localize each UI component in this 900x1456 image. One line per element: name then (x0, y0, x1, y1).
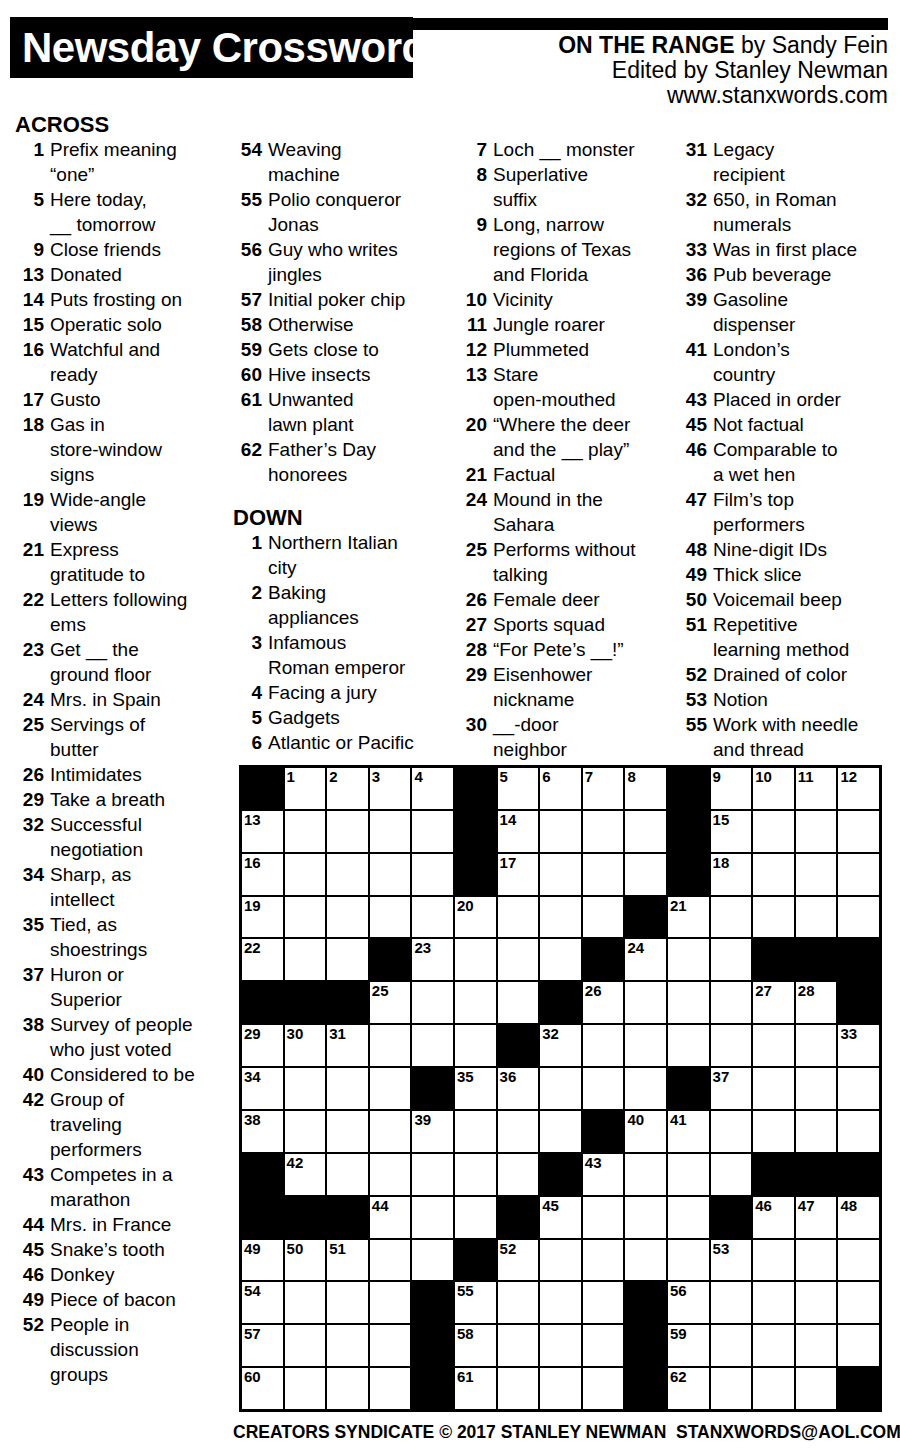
clue-text: Polio conqueror Jonas (268, 187, 401, 237)
clue-text: Thick slice (713, 562, 802, 587)
grid-cell-r7c14[interactable] (795, 1024, 838, 1067)
grid-cell-r1c9[interactable]: 7 (582, 767, 625, 810)
grid-cell-r12c13[interactable] (752, 1239, 795, 1282)
grid-cell-black-r6c2 (284, 981, 327, 1024)
clue-number: 44 (15, 1212, 50, 1237)
grid-cell-black-r15c10 (624, 1367, 667, 1410)
clue-number: 1 (233, 530, 268, 580)
clue-number: 3 (233, 630, 268, 680)
grid-cell-r5c11[interactable] (667, 938, 710, 981)
grid-cell-black-r10c15 (837, 1153, 880, 1196)
grid-cell-r12c15[interactable] (837, 1239, 880, 1282)
clue-number: 49 (15, 1287, 50, 1312)
grid-cell-r9c14[interactable] (795, 1110, 838, 1153)
grid-cell-r9c6[interactable] (454, 1110, 497, 1153)
grid-cell-r3c15[interactable] (837, 853, 880, 896)
grid-cell-r14c15[interactable] (837, 1324, 880, 1367)
clue-across-62: 62Father’s Day honorees (233, 437, 452, 487)
grid-cell-black-r7c7 (497, 1024, 540, 1067)
clue-down-9: 9Long, narrow regions of Texas and Flori… (458, 212, 677, 287)
clue-number: 15 (15, 312, 50, 337)
grid-cell-r15c1[interactable]: 60 (241, 1367, 284, 1410)
grid-cell-r3c12[interactable]: 18 (710, 853, 753, 896)
clue-number: 55 (678, 712, 713, 762)
grid-cell-r15c12[interactable] (710, 1367, 753, 1410)
clue-number: 12 (458, 337, 493, 362)
clue-text: Considered to be (50, 1062, 195, 1087)
grid-cell-r4c7[interactable] (497, 896, 540, 939)
grid-cell-r3c14[interactable] (795, 853, 838, 896)
clue-text: Sports squad (493, 612, 605, 637)
clue-text: Facing a jury (268, 680, 377, 705)
grid-cell-r15c9[interactable] (582, 1367, 625, 1410)
across-clues-54-62: 54Weaving machine55Polio conqueror Jonas… (233, 137, 452, 487)
cell-number-29: 29 (244, 1025, 261, 1042)
grid-cell-r6c11[interactable] (667, 981, 710, 1024)
grid-cell-r7c4[interactable] (369, 1024, 412, 1067)
cell-number-26: 26 (585, 982, 602, 999)
grid-cell-r12c14[interactable] (795, 1239, 838, 1282)
grid-cell-r6c14[interactable]: 28 (795, 981, 838, 1024)
grid-cell-r9c4[interactable] (369, 1110, 412, 1153)
clue-number: 29 (458, 662, 493, 712)
grid-cell-r13c14[interactable] (795, 1281, 838, 1324)
grid-cell-r8c13[interactable] (752, 1067, 795, 1110)
cell-number-33: 33 (840, 1025, 857, 1042)
clue-text: Piece of bacon (50, 1287, 176, 1312)
clue-number: 58 (233, 312, 268, 337)
grid-cell-r14c8[interactable] (539, 1324, 582, 1367)
grid-cell-r4c15[interactable] (837, 896, 880, 939)
grid-cell-r9c5[interactable]: 39 (411, 1110, 454, 1153)
grid-cell-r14c1[interactable]: 57 (241, 1324, 284, 1367)
grid-cell-r4c14[interactable] (795, 896, 838, 939)
grid-cell-r7c12[interactable] (710, 1024, 753, 1067)
grid-cell-r11c13[interactable]: 46 (752, 1196, 795, 1239)
grid-cell-r12c10[interactable] (624, 1239, 667, 1282)
grid-cell-black-r5c15 (837, 938, 880, 981)
grid-cell-r4c12[interactable] (710, 896, 753, 939)
grid-cell-r4c6[interactable]: 20 (454, 896, 497, 939)
grid-cell-r9c15[interactable] (837, 1110, 880, 1153)
grid-cell-r7c6[interactable] (454, 1024, 497, 1067)
grid-cell-r3c1[interactable]: 16 (241, 853, 284, 896)
cell-number-27: 27 (755, 982, 772, 999)
grid-cell-r9c7[interactable] (497, 1110, 540, 1153)
clue-number: 37 (15, 962, 50, 1012)
grid-cell-r1c15[interactable]: 12 (837, 767, 880, 810)
grid-cell-r13c13[interactable] (752, 1281, 795, 1324)
grid-cell-r15c2[interactable] (284, 1367, 327, 1410)
grid-cell-r4c9[interactable] (582, 896, 625, 939)
grid-cell-r8c14[interactable] (795, 1067, 838, 1110)
grid-cell-r13c8[interactable] (539, 1281, 582, 1324)
clue-text: Take a breath (50, 787, 165, 812)
grid-cell-r6c6[interactable] (454, 981, 497, 1024)
grid-cell-r1c8[interactable]: 6 (539, 767, 582, 810)
grid-cell-r8c10[interactable] (624, 1067, 667, 1110)
website-url: www.stanxwords.com (558, 83, 888, 108)
grid-cell-black-r11c7 (497, 1196, 540, 1239)
clue-text: Film’s top performers (713, 487, 805, 537)
grid-cell-r11c15[interactable]: 48 (837, 1196, 880, 1239)
grid-cell-r5c12[interactable] (710, 938, 753, 981)
grid-cell-r8c8[interactable] (539, 1067, 582, 1110)
grid-cell-black-r6c15 (837, 981, 880, 1024)
grid-cell-r3c9[interactable] (582, 853, 625, 896)
grid-cell-r11c14[interactable]: 47 (795, 1196, 838, 1239)
grid-cell-r15c8[interactable] (539, 1367, 582, 1410)
clue-down-10: 10Vicinity (458, 287, 677, 312)
grid-cell-r13c3[interactable] (326, 1281, 369, 1324)
grid-cell-r5c5[interactable]: 23 (411, 938, 454, 981)
grid-cell-r9c11[interactable]: 41 (667, 1110, 710, 1153)
grid-cell-r9c2[interactable] (284, 1110, 327, 1153)
grid-cell-r5c1[interactable]: 22 (241, 938, 284, 981)
grid-cell-r15c13[interactable] (752, 1367, 795, 1410)
grid-cell-r4c2[interactable] (284, 896, 327, 939)
grid-cell-r5c3[interactable] (326, 938, 369, 981)
clue-across-52: 52People in discussion groups (15, 1312, 234, 1387)
grid-cell-r10c4[interactable] (369, 1153, 412, 1196)
clue-text: Close friends (50, 237, 161, 262)
grid-cell-r1c12[interactable]: 9 (710, 767, 753, 810)
grid-cell-r1c13[interactable]: 10 (752, 767, 795, 810)
clue-number: 7 (458, 137, 493, 162)
clue-down-7: 7Loch __ monster (458, 137, 677, 162)
clue-across-56: 56Guy who writes jingles (233, 237, 452, 287)
grid-cell-r13c4[interactable] (369, 1281, 412, 1324)
grid-cell-r4c1[interactable]: 19 (241, 896, 284, 939)
clue-text: Watchful and ready (50, 337, 160, 387)
clue-number: 45 (15, 1237, 50, 1262)
clue-text: Weaving machine (268, 137, 342, 187)
cell-number-46: 46 (755, 1197, 772, 1214)
clue-number: 35 (15, 912, 50, 962)
clue-across-5: 5Here today, __ tomorrow (15, 187, 234, 237)
grid-cell-r15c4[interactable] (369, 1367, 412, 1410)
clue-across-13: 13Donated (15, 262, 234, 287)
grid-cell-r8c9[interactable] (582, 1067, 625, 1110)
grid-cell-r10c9[interactable]: 43 (582, 1153, 625, 1196)
grid-cell-r10c2[interactable]: 42 (284, 1153, 327, 1196)
clue-number: 56 (233, 237, 268, 287)
clue-down-25: 25Performs without talking (458, 537, 677, 587)
clue-across-37: 37Huron or Superior (15, 962, 234, 1012)
clue-down-49: 49Thick slice (678, 562, 897, 587)
grid-cell-r11c4[interactable]: 44 (369, 1196, 412, 1239)
grid-cell-r2c3[interactable] (326, 810, 369, 853)
clue-down-8: 8Superlative suffix (458, 162, 677, 212)
grid-cell-r2c8[interactable] (539, 810, 582, 853)
grid-cell-r4c5[interactable] (411, 896, 454, 939)
grid-cell-r1c14[interactable]: 11 (795, 767, 838, 810)
clue-text: People in discussion groups (50, 1312, 139, 1387)
grid-cell-r2c15[interactable] (837, 810, 880, 853)
clue-text: Puts frosting on (50, 287, 182, 312)
clue-across-21: 21Express gratitude to (15, 537, 234, 587)
grid-cell-r8c7[interactable]: 36 (497, 1067, 540, 1110)
clue-number: 33 (678, 237, 713, 262)
grid-cell-r11c5[interactable] (411, 1196, 454, 1239)
grid-cell-r3c10[interactable] (624, 853, 667, 896)
grid-cell-r8c4[interactable] (369, 1067, 412, 1110)
grid-cell-r4c3[interactable] (326, 896, 369, 939)
grid-cell-r3c4[interactable] (369, 853, 412, 896)
clue-number: 46 (15, 1262, 50, 1287)
grid-cell-r1c3[interactable]: 2 (326, 767, 369, 810)
grid-cell-black-r11c12 (710, 1196, 753, 1239)
grid-cell-r2c4[interactable] (369, 810, 412, 853)
clue-down-29: 29Eisenhower nickname (458, 662, 677, 712)
grid-cell-r10c12[interactable] (710, 1153, 753, 1196)
clue-number: 53 (678, 687, 713, 712)
clue-number: 55 (233, 187, 268, 237)
clue-number: 28 (458, 637, 493, 662)
grid-cell-r8c15[interactable] (837, 1067, 880, 1110)
grid-cell-r13c9[interactable] (582, 1281, 625, 1324)
grid-cell-r5c6[interactable] (454, 938, 497, 981)
clue-across-46: 46Donkey (15, 1262, 234, 1287)
grid-cell-r7c5[interactable] (411, 1024, 454, 1067)
clue-down-1: 1Northern Italian city (233, 530, 452, 580)
grid-cell-r7c2[interactable]: 30 (284, 1024, 327, 1067)
grid-cell-r7c9[interactable] (582, 1024, 625, 1067)
clue-text: Jungle roarer (493, 312, 605, 337)
grid-cell-r2c1[interactable]: 13 (241, 810, 284, 853)
grid-cell-r10c5[interactable] (411, 1153, 454, 1196)
grid-cell-r13c15[interactable] (837, 1281, 880, 1324)
grid-cell-r3c7[interactable]: 17 (497, 853, 540, 896)
grid-cell-r12c3[interactable]: 51 (326, 1239, 369, 1282)
grid-cell-r3c5[interactable] (411, 853, 454, 896)
grid-cell-r14c12[interactable] (710, 1324, 753, 1367)
grid-cell-r3c2[interactable] (284, 853, 327, 896)
grid-cell-r13c12[interactable] (710, 1281, 753, 1324)
grid-cell-r2c14[interactable] (795, 810, 838, 853)
clue-text: Gas in store-window signs (50, 412, 162, 487)
grid-cell-r7c10[interactable] (624, 1024, 667, 1067)
grid-cell-r6c7[interactable] (497, 981, 540, 1024)
grid-cell-r8c3[interactable] (326, 1067, 369, 1110)
clue-number: 43 (678, 387, 713, 412)
grid-cell-r15c14[interactable] (795, 1367, 838, 1410)
grid-cell-r10c6[interactable] (454, 1153, 497, 1196)
clue-text: Tied, as shoestrings (50, 912, 147, 962)
cell-number-45: 45 (542, 1197, 559, 1214)
cell-number-59: 59 (670, 1325, 687, 1342)
grid-cell-r14c13[interactable] (752, 1324, 795, 1367)
clue-down-46: 46Comparable to a wet hen (678, 437, 897, 487)
grid-cell-r10c11[interactable] (667, 1153, 710, 1196)
grid-cell-r10c3[interactable] (326, 1153, 369, 1196)
grid-cell-r14c7[interactable] (497, 1324, 540, 1367)
cell-number-42: 42 (287, 1154, 304, 1171)
grid-cell-r1c10[interactable]: 8 (624, 767, 667, 810)
clue-text: Infamous Roman emperor (268, 630, 405, 680)
clue-number: 21 (15, 537, 50, 587)
clue-text: Female deer (493, 587, 600, 612)
clue-across-24: 24Mrs. in Spain (15, 687, 234, 712)
grid-cell-r1c7[interactable]: 5 (497, 767, 540, 810)
grid-cell-r15c3[interactable] (326, 1367, 369, 1410)
grid-cell-r7c13[interactable] (752, 1024, 795, 1067)
grid-cell-r12c5[interactable] (411, 1239, 454, 1282)
grid-cell-r2c12[interactable]: 15 (710, 810, 753, 853)
clue-text: Work with needle and thread (713, 712, 858, 762)
cell-number-24: 24 (627, 939, 644, 956)
grid-cell-black-r11c1 (241, 1196, 284, 1239)
grid-cell-r12c11[interactable] (667, 1239, 710, 1282)
grid-cell-r7c8[interactable]: 32 (539, 1024, 582, 1067)
grid-cell-r2c9[interactable] (582, 810, 625, 853)
cell-number-56: 56 (670, 1282, 687, 1299)
grid-cell-r9c3[interactable] (326, 1110, 369, 1153)
clue-text: “For Pete’s __!” (493, 637, 624, 662)
grid-cell-r2c13[interactable] (752, 810, 795, 853)
clue-across-49: 49Piece of bacon (15, 1287, 234, 1312)
clue-number: 62 (233, 437, 268, 487)
cell-number-40: 40 (627, 1111, 644, 1128)
grid-cell-r6c4[interactable]: 25 (369, 981, 412, 1024)
cell-number-15: 15 (713, 811, 730, 828)
clue-number: 54 (233, 137, 268, 187)
grid-cell-r1c5[interactable]: 4 (411, 767, 454, 810)
clue-text: Atlantic or Pacific (268, 730, 414, 755)
clue-number: 13 (15, 262, 50, 287)
grid-cell-r5c8[interactable] (539, 938, 582, 981)
grid-cell-r15c11[interactable]: 62 (667, 1367, 710, 1410)
grid-cell-r12c9[interactable] (582, 1239, 625, 1282)
clue-text: Placed in order (713, 387, 841, 412)
grid-cell-r11c11[interactable] (667, 1196, 710, 1239)
clue-number: 27 (458, 612, 493, 637)
grid-cell-r7c3[interactable]: 31 (326, 1024, 369, 1067)
grid-cell-r6c5[interactable] (411, 981, 454, 1024)
grid-cell-black-r11c2 (284, 1196, 327, 1239)
grid-cell-r13c1[interactable]: 54 (241, 1281, 284, 1324)
grid-cell-r6c10[interactable] (624, 981, 667, 1024)
clue-number: 47 (678, 487, 713, 537)
clue-number: 22 (15, 587, 50, 637)
grid-cell-r9c1[interactable]: 38 (241, 1110, 284, 1153)
grid-cell-r12c7[interactable]: 52 (497, 1239, 540, 1282)
clue-across-19: 19Wide-angle views (15, 487, 234, 537)
cell-number-52: 52 (500, 1240, 517, 1257)
grid-cell-r9c13[interactable] (752, 1110, 795, 1153)
grid-cell-r5c7[interactable] (497, 938, 540, 981)
cell-number-30: 30 (287, 1025, 304, 1042)
grid-cell-r7c15[interactable]: 33 (837, 1024, 880, 1067)
clue-text: Mrs. in France (50, 1212, 171, 1237)
clue-across-23: 23Get __ the ground floor (15, 637, 234, 687)
grid-cell-r10c7[interactable] (497, 1153, 540, 1196)
clue-across-17: 17Gusto (15, 387, 234, 412)
clue-column-3: 7Loch __ monster8Superlative suffix9Long… (458, 112, 677, 762)
grid-cell-r11c6[interactable] (454, 1196, 497, 1239)
clue-number: 16 (15, 337, 50, 387)
grid-cell-r2c2[interactable] (284, 810, 327, 853)
grid-cell-r1c4[interactable]: 3 (369, 767, 412, 810)
grid-cell-r9c8[interactable] (539, 1110, 582, 1153)
grid-cell-r8c12[interactable]: 37 (710, 1067, 753, 1110)
grid-cell-r12c8[interactable] (539, 1239, 582, 1282)
grid-cell-r8c6[interactable]: 35 (454, 1067, 497, 1110)
grid-cell-r5c10[interactable]: 24 (624, 938, 667, 981)
clue-down-20: 20“Where the deer and the __ play” (458, 412, 677, 462)
clue-text: Superlative suffix (493, 162, 588, 212)
grid-cell-r15c6[interactable]: 61 (454, 1367, 497, 1410)
grid-cell-r12c4[interactable] (369, 1239, 412, 1282)
grid-cell-r4c13[interactable] (752, 896, 795, 939)
grid-cell-r11c9[interactable] (582, 1196, 625, 1239)
grid-cell-r3c13[interactable] (752, 853, 795, 896)
clue-number: 49 (678, 562, 713, 587)
grid-cell-r2c5[interactable] (411, 810, 454, 853)
grid-cell-r1c2[interactable]: 1 (284, 767, 327, 810)
grid-cell-r8c2[interactable] (284, 1067, 327, 1110)
grid-cell-r2c10[interactable] (624, 810, 667, 853)
grid-cell-black-r1c11 (667, 767, 710, 810)
grid-cell-r12c2[interactable]: 50 (284, 1239, 327, 1282)
grid-cell-r4c11[interactable]: 21 (667, 896, 710, 939)
grid-cell-r6c12[interactable] (710, 981, 753, 1024)
grid-cell-r13c2[interactable] (284, 1281, 327, 1324)
grid-cell-r7c1[interactable]: 29 (241, 1024, 284, 1067)
clue-number: 60 (233, 362, 268, 387)
grid-cell-r3c8[interactable] (539, 853, 582, 896)
clue-number: 39 (678, 287, 713, 337)
grid-cell-r13c7[interactable] (497, 1281, 540, 1324)
grid-cell-r7c11[interactable] (667, 1024, 710, 1067)
down-clues-1-6: 1Northern Italian city2Baking appliances… (233, 530, 452, 755)
grid-cell-r6c9[interactable]: 26 (582, 981, 625, 1024)
clue-number: 24 (15, 687, 50, 712)
grid-cell-r13c11[interactable]: 56 (667, 1281, 710, 1324)
grid-cell-r14c9[interactable] (582, 1324, 625, 1367)
grid-cell-r14c3[interactable] (326, 1324, 369, 1367)
grid-cell-r14c14[interactable] (795, 1324, 838, 1367)
grid-cell-r6c13[interactable]: 27 (752, 981, 795, 1024)
grid-cell-r2c7[interactable]: 14 (497, 810, 540, 853)
grid-cell-black-r10c1 (241, 1153, 284, 1196)
grid-cell-r11c8[interactable]: 45 (539, 1196, 582, 1239)
clue-number: 23 (15, 637, 50, 687)
grid-cell-r15c7[interactable] (497, 1367, 540, 1410)
grid-cell-r12c1[interactable]: 49 (241, 1239, 284, 1282)
clue-down-45: 45Not factual (678, 412, 897, 437)
cell-number-19: 19 (244, 897, 261, 914)
grid-cell-r14c2[interactable] (284, 1324, 327, 1367)
grid-cell-r13c6[interactable]: 55 (454, 1281, 497, 1324)
down-clues-31-55: 31Legacy recipient32650, in Roman numera… (678, 137, 897, 762)
grid-cell-r10c10[interactable] (624, 1153, 667, 1196)
grid-cell-r9c12[interactable] (710, 1110, 753, 1153)
grid-cell-r14c6[interactable]: 58 (454, 1324, 497, 1367)
grid-cell-r3c3[interactable] (326, 853, 369, 896)
grid-cell-r4c4[interactable] (369, 896, 412, 939)
grid-cell-r8c1[interactable]: 34 (241, 1067, 284, 1110)
grid-cell-r4c8[interactable] (539, 896, 582, 939)
grid-cell-r14c4[interactable] (369, 1324, 412, 1367)
cell-number-11: 11 (798, 768, 814, 785)
grid-cell-r14c11[interactable]: 59 (667, 1324, 710, 1367)
grid-cell-r11c10[interactable] (624, 1196, 667, 1239)
clue-across-40: 40Considered to be (15, 1062, 234, 1087)
grid-cell-r9c10[interactable]: 40 (624, 1110, 667, 1153)
grid-cell-r12c12[interactable]: 53 (710, 1239, 753, 1282)
grid-cell-r5c2[interactable] (284, 938, 327, 981)
